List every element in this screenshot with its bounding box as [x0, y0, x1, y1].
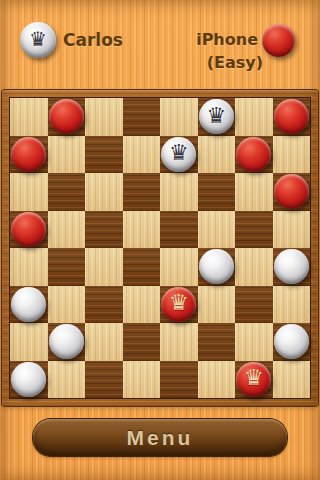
- board-square-r2c5[interactable]: ♛: [160, 136, 198, 174]
- board-square-r1c2[interactable]: [48, 98, 86, 136]
- checker-white-man[interactable]: [11, 362, 46, 397]
- board-square-r2c7[interactable]: [235, 136, 273, 174]
- board-square-r2c6: [198, 136, 236, 174]
- board-square-r1c7: [235, 98, 273, 136]
- board-square-r4c8: [273, 211, 311, 249]
- board-square-r3c4[interactable]: [123, 173, 161, 211]
- board-square-r3c2[interactable]: [48, 173, 86, 211]
- checker-red-man[interactable]: [274, 99, 309, 134]
- board-square-r1c3: [85, 98, 123, 136]
- board-square-r8c8: [273, 361, 311, 399]
- checker-red-king[interactable]: ♛: [236, 362, 271, 397]
- board-square-r8c7[interactable]: ♛: [235, 361, 273, 399]
- board-square-r8c6: [198, 361, 236, 399]
- crown-icon: ♛: [169, 292, 189, 314]
- board-square-r6c5[interactable]: ♛: [160, 286, 198, 324]
- board-square-r7c5: [160, 323, 198, 361]
- board-square-r4c7[interactable]: [235, 211, 273, 249]
- checker-red-man[interactable]: [11, 137, 46, 172]
- board-square-r1c1: [10, 98, 48, 136]
- board-square-r4c4: [123, 211, 161, 249]
- crown-icon: ♛: [244, 367, 264, 389]
- board-square-r8c3[interactable]: [85, 361, 123, 399]
- checker-white-king[interactable]: ♛: [161, 137, 196, 172]
- board-square-r2c4: [123, 136, 161, 174]
- board-square-r2c8: [273, 136, 311, 174]
- board-square-r3c8[interactable]: [273, 173, 311, 211]
- board-square-r1c5: [160, 98, 198, 136]
- white-player-name: Carlos: [63, 30, 123, 50]
- board-square-r4c2: [48, 211, 86, 249]
- board-square-r8c4: [123, 361, 161, 399]
- menu-button-label: Menu: [127, 426, 194, 450]
- crown-icon: ♛: [206, 105, 226, 127]
- board-square-r7c6[interactable]: [198, 323, 236, 361]
- checker-white-man[interactable]: [199, 249, 234, 284]
- checker-red-man[interactable]: [49, 99, 84, 134]
- crown-icon: ♛: [29, 29, 47, 49]
- game-header: ♛ Carlos iPhone (Easy): [0, 0, 320, 90]
- board-square-r4c5[interactable]: [160, 211, 198, 249]
- red-player-name: iPhone: [196, 30, 258, 49]
- board-square-r8c5[interactable]: [160, 361, 198, 399]
- board-square-r3c3: [85, 173, 123, 211]
- board-square-r2c2: [48, 136, 86, 174]
- board-square-r6c4: [123, 286, 161, 324]
- board-square-r7c3: [85, 323, 123, 361]
- board-square-r6c2: [48, 286, 86, 324]
- board-square-r5c8[interactable]: [273, 248, 311, 286]
- board-square-r8c1[interactable]: [10, 361, 48, 399]
- crown-icon: ♛: [169, 142, 189, 164]
- checker-white-man[interactable]: [274, 324, 309, 359]
- board-square-r7c2[interactable]: [48, 323, 86, 361]
- board-square-r7c1: [10, 323, 48, 361]
- board-square-r4c3[interactable]: [85, 211, 123, 249]
- board-square-r3c5: [160, 173, 198, 211]
- board-square-r8c2: [48, 361, 86, 399]
- checker-white-man[interactable]: [49, 324, 84, 359]
- board-square-r2c1[interactable]: [10, 136, 48, 174]
- board-square-r4c1[interactable]: [10, 211, 48, 249]
- checkers-app-screen: { "game": "checkers", "header": { "playe…: [0, 0, 320, 480]
- board-square-r7c8[interactable]: [273, 323, 311, 361]
- board-square-r6c7[interactable]: [235, 286, 273, 324]
- white-player-piece-icon: ♛: [20, 22, 56, 58]
- checker-white-man[interactable]: [11, 287, 46, 322]
- board-grid: ♛♛♛♛: [10, 98, 310, 398]
- board-square-r3c6[interactable]: [198, 173, 236, 211]
- board-square-r6c6: [198, 286, 236, 324]
- checker-red-man[interactable]: [274, 174, 309, 209]
- checker-red-man[interactable]: [236, 137, 271, 172]
- red-player-piece-icon: [262, 24, 295, 57]
- board-square-r5c5: [160, 248, 198, 286]
- checker-white-man[interactable]: [274, 249, 309, 284]
- board-square-r6c3[interactable]: [85, 286, 123, 324]
- board-square-r3c1: [10, 173, 48, 211]
- board-square-r2c3[interactable]: [85, 136, 123, 174]
- board-square-r5c1: [10, 248, 48, 286]
- board-square-r1c8[interactable]: [273, 98, 311, 136]
- checker-red-king[interactable]: ♛: [161, 287, 196, 322]
- board-square-r5c3: [85, 248, 123, 286]
- board-square-r6c8: [273, 286, 311, 324]
- board-square-r5c7: [235, 248, 273, 286]
- board-square-r5c2[interactable]: [48, 248, 86, 286]
- board-square-r5c4[interactable]: [123, 248, 161, 286]
- board-square-r1c4[interactable]: [123, 98, 161, 136]
- board-square-r5c6[interactable]: [198, 248, 236, 286]
- checker-red-man[interactable]: [11, 212, 46, 247]
- menu-button[interactable]: Menu: [33, 419, 287, 456]
- board-square-r4c6: [198, 211, 236, 249]
- board-square-r6c1[interactable]: [10, 286, 48, 324]
- board-square-r1c6[interactable]: ♛: [198, 98, 236, 136]
- board-square-r3c7: [235, 173, 273, 211]
- checker-white-king[interactable]: ♛: [199, 99, 234, 134]
- difficulty-label: (Easy): [207, 53, 263, 72]
- board-square-r7c7: [235, 323, 273, 361]
- board-square-r7c4[interactable]: [123, 323, 161, 361]
- board-frame: ♛♛♛♛: [2, 90, 318, 406]
